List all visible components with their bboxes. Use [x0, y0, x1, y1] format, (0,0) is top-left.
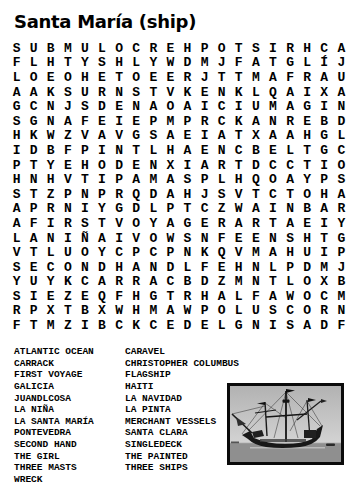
grid-cell[interactable]: P	[93, 187, 110, 202]
grid-cell[interactable]: U	[59, 245, 76, 260]
grid-cell[interactable]: J	[196, 70, 213, 85]
grid-cell[interactable]: V	[230, 245, 247, 260]
grid-cell[interactable]: I	[264, 41, 281, 56]
grid-cell[interactable]: I	[111, 231, 128, 246]
grid-cell[interactable]: P	[59, 187, 76, 202]
grid-cell[interactable]: D	[299, 260, 316, 275]
grid-cell[interactable]: K	[25, 129, 42, 144]
grid-cell[interactable]: E	[230, 231, 247, 246]
grid-cell[interactable]: N	[42, 231, 59, 246]
grid-cell[interactable]: A	[230, 216, 247, 231]
grid-cell[interactable]: E	[196, 85, 213, 100]
grid-cell[interactable]: Z	[42, 187, 59, 202]
grid-cell[interactable]: A	[282, 216, 299, 231]
grid-cell[interactable]: S	[76, 216, 93, 231]
grid-cell[interactable]: L	[299, 56, 316, 71]
grid-cell[interactable]: L	[230, 289, 247, 304]
grid-cell[interactable]: G	[179, 216, 196, 231]
grid-cell[interactable]: E	[128, 158, 145, 173]
grid-cell[interactable]: I	[196, 99, 213, 114]
grid-cell[interactable]: N	[76, 260, 93, 275]
grid-cell[interactable]: W	[179, 304, 196, 319]
grid-cell[interactable]: G	[128, 129, 145, 144]
grid-cell[interactable]: T	[282, 187, 299, 202]
grid-cell[interactable]: S	[179, 172, 196, 187]
grid-cell[interactable]: P	[162, 202, 179, 217]
grid-cell[interactable]: D	[179, 318, 196, 333]
grid-cell[interactable]: D	[247, 158, 264, 173]
grid-cell[interactable]: A	[93, 129, 110, 144]
grid-cell[interactable]: I	[111, 114, 128, 129]
grid-cell[interactable]: O	[145, 231, 162, 246]
grid-cell[interactable]: I	[93, 143, 110, 158]
grid-cell[interactable]: A	[264, 70, 281, 85]
grid-cell[interactable]: S	[8, 114, 25, 129]
grid-cell[interactable]: E	[196, 143, 213, 158]
grid-cell[interactable]: E	[162, 70, 179, 85]
grid-cell[interactable]: I	[8, 143, 25, 158]
grid-cell[interactable]: C	[111, 318, 128, 333]
grid-cell[interactable]: F	[8, 56, 25, 71]
grid-cell[interactable]: K	[59, 275, 76, 290]
grid-cell[interactable]: Z	[59, 289, 76, 304]
grid-cell[interactable]: H	[230, 260, 247, 275]
grid-cell[interactable]: O	[333, 158, 350, 173]
grid-cell[interactable]: H	[179, 41, 196, 56]
grid-cell[interactable]: W	[111, 304, 128, 319]
grid-cell[interactable]: T	[230, 158, 247, 173]
grid-cell[interactable]: N	[42, 114, 59, 129]
grid-cell[interactable]: E	[162, 41, 179, 56]
grid-cell[interactable]: C	[162, 275, 179, 290]
grid-cell[interactable]: T	[179, 202, 196, 217]
grid-cell[interactable]: R	[213, 216, 230, 231]
grid-cell[interactable]: O	[299, 275, 316, 290]
grid-cell[interactable]: R	[213, 158, 230, 173]
grid-cell[interactable]: Z	[59, 129, 76, 144]
grid-cell[interactable]: A	[25, 231, 42, 246]
grid-cell[interactable]: R	[42, 202, 59, 217]
grid-cell[interactable]: I	[25, 289, 42, 304]
grid-cell[interactable]: F	[213, 231, 230, 246]
grid-cell[interactable]: U	[333, 70, 350, 85]
grid-cell[interactable]: H	[196, 289, 213, 304]
grid-cell[interactable]: L	[25, 56, 42, 71]
grid-cell[interactable]: O	[25, 70, 42, 85]
grid-cell[interactable]: B	[333, 275, 350, 290]
grid-cell[interactable]: Ñ	[76, 231, 93, 246]
grid-cell[interactable]: G	[316, 129, 333, 144]
grid-cell[interactable]: T	[111, 70, 128, 85]
grid-cell[interactable]: H	[299, 231, 316, 246]
grid-cell[interactable]: R	[93, 85, 110, 100]
grid-cell[interactable]: H	[179, 187, 196, 202]
grid-cell[interactable]: A	[213, 289, 230, 304]
grid-cell[interactable]: Q	[247, 172, 264, 187]
grid-cell[interactable]: L	[128, 56, 145, 71]
grid-cell[interactable]: I	[264, 318, 281, 333]
grid-cell[interactable]: C	[316, 41, 333, 56]
grid-cell[interactable]: H	[316, 187, 333, 202]
grid-cell[interactable]: O	[299, 187, 316, 202]
grid-cell[interactable]: Z	[59, 318, 76, 333]
grid-cell[interactable]: O	[93, 158, 110, 173]
grid-cell[interactable]: H	[299, 41, 316, 56]
grid-cell[interactable]: N	[264, 114, 281, 129]
grid-cell[interactable]: V	[111, 216, 128, 231]
grid-cell[interactable]: A	[162, 172, 179, 187]
grid-cell[interactable]: V	[76, 129, 93, 144]
grid-cell[interactable]: J	[333, 56, 350, 71]
grid-cell[interactable]: M	[247, 245, 264, 260]
grid-cell[interactable]: M	[264, 99, 281, 114]
grid-cell[interactable]: U	[247, 304, 264, 319]
grid-cell[interactable]: A	[8, 216, 25, 231]
grid-cell[interactable]: N	[111, 85, 128, 100]
grid-cell[interactable]: I	[299, 85, 316, 100]
grid-cell[interactable]: T	[264, 56, 281, 71]
grid-cell[interactable]: A	[282, 85, 299, 100]
grid-cell[interactable]: K	[128, 318, 145, 333]
grid-cell[interactable]: S	[264, 304, 281, 319]
grid-cell[interactable]: C	[213, 99, 230, 114]
grid-cell[interactable]: A	[162, 216, 179, 231]
grid-cell[interactable]: Y	[42, 275, 59, 290]
grid-cell[interactable]: E	[264, 143, 281, 158]
grid-cell[interactable]: O	[299, 304, 316, 319]
grid-cell[interactable]: G	[145, 289, 162, 304]
grid-cell[interactable]: M	[59, 41, 76, 56]
grid-cell[interactable]: A	[179, 143, 196, 158]
grid-cell[interactable]: R	[282, 114, 299, 129]
grid-cell[interactable]: L	[213, 172, 230, 187]
grid-cell[interactable]: F	[76, 114, 93, 129]
grid-cell[interactable]: C	[282, 304, 299, 319]
grid-cell[interactable]: E	[42, 70, 59, 85]
grid-cell[interactable]: L	[247, 85, 264, 100]
grid-cell[interactable]: I	[316, 216, 333, 231]
grid-cell[interactable]: H	[8, 172, 25, 187]
grid-cell[interactable]: R	[333, 202, 350, 217]
grid-cell[interactable]: P	[282, 260, 299, 275]
grid-cell[interactable]: R	[145, 41, 162, 56]
grid-cell[interactable]: T	[162, 289, 179, 304]
grid-cell[interactable]: X	[42, 304, 59, 319]
grid-cell[interactable]: P	[111, 172, 128, 187]
grid-cell[interactable]: A	[247, 202, 264, 217]
grid-cell[interactable]: L	[93, 41, 110, 56]
grid-cell[interactable]: T	[128, 143, 145, 158]
grid-cell[interactable]: S	[8, 260, 25, 275]
grid-cell[interactable]: A	[162, 187, 179, 202]
grid-cell[interactable]: C	[25, 99, 42, 114]
grid-cell[interactable]: T	[59, 56, 76, 71]
grid-cell[interactable]: F	[8, 318, 25, 333]
grid-cell[interactable]: N	[196, 231, 213, 246]
grid-cell[interactable]: D	[25, 143, 42, 158]
grid-cell[interactable]: F	[25, 216, 42, 231]
grid-cell[interactable]: J	[213, 56, 230, 71]
grid-cell[interactable]: M	[162, 114, 179, 129]
grid-cell[interactable]: D	[93, 260, 110, 275]
grid-cell[interactable]: K	[196, 245, 213, 260]
grid-cell[interactable]: I	[42, 216, 59, 231]
grid-cell[interactable]: R	[247, 216, 264, 231]
grid-cell[interactable]: I	[230, 99, 247, 114]
grid-cell[interactable]: N	[42, 99, 59, 114]
grid-cell[interactable]: H	[128, 304, 145, 319]
grid-cell[interactable]: B	[299, 202, 316, 217]
grid-cell[interactable]: S	[76, 99, 93, 114]
grid-cell[interactable]: E	[42, 289, 59, 304]
grid-cell[interactable]: L	[179, 260, 196, 275]
grid-cell[interactable]: O	[59, 70, 76, 85]
grid-cell[interactable]: E	[213, 260, 230, 275]
grid-cell[interactable]: X	[93, 304, 110, 319]
grid-cell[interactable]: T	[59, 304, 76, 319]
grid-cell[interactable]: Í	[316, 56, 333, 71]
grid-cell[interactable]: E	[145, 70, 162, 85]
grid-cell[interactable]: C	[196, 202, 213, 217]
grid-cell[interactable]: X	[316, 85, 333, 100]
grid-cell[interactable]: T	[25, 245, 42, 260]
grid-cell[interactable]: U	[247, 99, 264, 114]
grid-cell[interactable]: P	[162, 245, 179, 260]
grid-cell[interactable]: N	[213, 85, 230, 100]
grid-cell[interactable]: A	[179, 99, 196, 114]
grid-cell[interactable]: I	[179, 158, 196, 173]
grid-cell[interactable]: V	[59, 172, 76, 187]
grid-cell[interactable]: H	[111, 56, 128, 71]
grid-cell[interactable]: P	[145, 114, 162, 129]
grid-cell[interactable]: W	[282, 289, 299, 304]
grid-cell[interactable]: D	[145, 187, 162, 202]
grid-cell[interactable]: I	[316, 245, 333, 260]
grid-cell[interactable]: Z	[213, 275, 230, 290]
grid-cell[interactable]: E	[59, 158, 76, 173]
grid-cell[interactable]: B	[93, 318, 110, 333]
grid-cell[interactable]: U	[299, 245, 316, 260]
grid-cell[interactable]: G	[8, 99, 25, 114]
grid-cell[interactable]: A	[128, 260, 145, 275]
grid-cell[interactable]: A	[162, 129, 179, 144]
grid-cell[interactable]: K	[230, 85, 247, 100]
grid-cell[interactable]: T	[25, 318, 42, 333]
grid-cell[interactable]: C	[145, 245, 162, 260]
grid-cell[interactable]: B	[76, 304, 93, 319]
grid-cell[interactable]: M	[230, 275, 247, 290]
grid-cell[interactable]: S	[247, 41, 264, 56]
grid-cell[interactable]: O	[128, 216, 145, 231]
grid-cell[interactable]: N	[247, 260, 264, 275]
grid-cell[interactable]: M	[145, 304, 162, 319]
grid-cell[interactable]: S	[145, 129, 162, 144]
grid-cell[interactable]: M	[145, 172, 162, 187]
grid-cell[interactable]: Y	[42, 158, 59, 173]
grid-cell[interactable]: R	[282, 41, 299, 56]
grid-cell[interactable]: I	[59, 231, 76, 246]
grid-cell[interactable]: R	[111, 275, 128, 290]
grid-cell[interactable]: X	[247, 129, 264, 144]
grid-cell[interactable]: M	[247, 70, 264, 85]
grid-cell[interactable]: E	[196, 318, 213, 333]
grid-cell[interactable]: S	[282, 231, 299, 246]
grid-cell[interactable]: N	[76, 187, 93, 202]
grid-cell[interactable]: I	[76, 318, 93, 333]
grid-cell[interactable]: A	[247, 114, 264, 129]
grid-cell[interactable]: K	[230, 114, 247, 129]
grid-cell[interactable]: S	[59, 85, 76, 100]
grid-cell[interactable]: H	[230, 172, 247, 187]
grid-cell[interactable]: A	[59, 114, 76, 129]
grid-cell[interactable]: R	[111, 187, 128, 202]
grid-cell[interactable]: T	[230, 41, 247, 56]
grid-cell[interactable]: D	[111, 158, 128, 173]
grid-cell[interactable]: W	[230, 202, 247, 217]
grid-cell[interactable]: L	[145, 202, 162, 217]
grid-cell[interactable]: P	[316, 172, 333, 187]
grid-cell[interactable]: O	[128, 70, 145, 85]
grid-cell[interactable]: P	[333, 245, 350, 260]
grid-cell[interactable]: R	[59, 216, 76, 231]
grid-cell[interactable]: H	[42, 172, 59, 187]
grid-cell[interactable]: T	[213, 70, 230, 85]
grid-cell[interactable]: G	[282, 56, 299, 71]
grid-cell[interactable]: N	[213, 143, 230, 158]
grid-cell[interactable]: D	[333, 114, 350, 129]
grid-cell[interactable]: L	[8, 70, 25, 85]
grid-cell[interactable]: Y	[145, 216, 162, 231]
grid-cell[interactable]: B	[247, 143, 264, 158]
grid-cell[interactable]: Q	[93, 289, 110, 304]
grid-cell[interactable]: T	[316, 231, 333, 246]
grid-cell[interactable]: B	[42, 143, 59, 158]
grid-cell[interactable]: H	[76, 70, 93, 85]
grid-cell[interactable]: P	[196, 304, 213, 319]
grid-cell[interactable]: Q	[213, 245, 230, 260]
grid-cell[interactable]: C	[111, 245, 128, 260]
grid-cell[interactable]: S	[282, 318, 299, 333]
grid-cell[interactable]: E	[93, 114, 110, 129]
grid-cell[interactable]: W	[42, 129, 59, 144]
grid-cell[interactable]: A	[264, 289, 281, 304]
grid-cell[interactable]: C	[145, 318, 162, 333]
grid-cell[interactable]: N	[333, 304, 350, 319]
grid-cell[interactable]: C	[42, 260, 59, 275]
grid-cell[interactable]: A	[316, 202, 333, 217]
grid-cell[interactable]: H	[42, 56, 59, 71]
grid-cell[interactable]: P	[8, 158, 25, 173]
grid-cell[interactable]: E	[93, 70, 110, 85]
grid-cell[interactable]: Y	[76, 56, 93, 71]
grid-cell[interactable]: R	[196, 114, 213, 129]
grid-cell[interactable]: A	[8, 202, 25, 217]
grid-cell[interactable]: S	[128, 85, 145, 100]
grid-cell[interactable]: A	[264, 245, 281, 260]
grid-cell[interactable]: L	[264, 260, 281, 275]
grid-cell[interactable]: L	[8, 231, 25, 246]
grid-cell[interactable]: P	[25, 202, 42, 217]
grid-cell[interactable]: X	[316, 275, 333, 290]
grid-cell[interactable]: C	[333, 143, 350, 158]
grid-cell[interactable]: L	[230, 304, 247, 319]
grid-cell[interactable]: B	[179, 275, 196, 290]
grid-cell[interactable]: E	[299, 114, 316, 129]
grid-cell[interactable]: I	[93, 172, 110, 187]
grid-cell[interactable]: L	[42, 245, 59, 260]
grid-cell[interactable]: M	[196, 56, 213, 71]
grid-cell[interactable]: T	[299, 143, 316, 158]
grid-cell[interactable]: O	[213, 304, 230, 319]
grid-cell[interactable]: N	[128, 99, 145, 114]
grid-cell[interactable]: V	[111, 129, 128, 144]
grid-cell[interactable]: A	[282, 129, 299, 144]
grid-cell[interactable]: G	[316, 143, 333, 158]
grid-cell[interactable]: C	[264, 158, 281, 173]
grid-cell[interactable]: S	[93, 56, 110, 71]
grid-cell[interactable]: E	[111, 99, 128, 114]
grid-cell[interactable]: A	[316, 70, 333, 85]
grid-cell[interactable]: P	[25, 304, 42, 319]
grid-cell[interactable]: L	[145, 143, 162, 158]
grid-cell[interactable]: K	[179, 85, 196, 100]
grid-cell[interactable]: J	[59, 99, 76, 114]
grid-cell[interactable]: T	[247, 187, 264, 202]
grid-cell[interactable]: O	[59, 260, 76, 275]
grid-cell[interactable]: T	[230, 129, 247, 144]
grid-cell[interactable]: T	[264, 275, 281, 290]
grid-cell[interactable]: H	[8, 129, 25, 144]
grid-cell[interactable]: I	[76, 202, 93, 217]
grid-cell[interactable]: R	[179, 70, 196, 85]
grid-cell[interactable]: J	[333, 260, 350, 275]
grid-cell[interactable]: S	[213, 187, 230, 202]
grid-cell[interactable]: V	[128, 231, 145, 246]
grid-cell[interactable]: A	[333, 187, 350, 202]
grid-cell[interactable]: Y	[333, 216, 350, 231]
grid-cell[interactable]: N	[59, 202, 76, 217]
grid-cell[interactable]: G	[111, 202, 128, 217]
grid-cell[interactable]: F	[59, 143, 76, 158]
grid-cell[interactable]: R	[316, 304, 333, 319]
grid-cell[interactable]: E	[179, 129, 196, 144]
grid-cell[interactable]: S	[8, 289, 25, 304]
grid-cell[interactable]: H	[282, 245, 299, 260]
grid-cell[interactable]: N	[145, 260, 162, 275]
grid-cell[interactable]: V	[8, 245, 25, 260]
grid-cell[interactable]: A	[247, 56, 264, 71]
grid-cell[interactable]: A	[264, 129, 281, 144]
grid-cell[interactable]: A	[93, 231, 110, 246]
grid-cell[interactable]: O	[111, 41, 128, 56]
grid-cell[interactable]: N	[111, 143, 128, 158]
grid-cell[interactable]: U	[25, 41, 42, 56]
grid-cell[interactable]: O	[162, 99, 179, 114]
grid-cell[interactable]: S	[333, 172, 350, 187]
grid-cell[interactable]: C	[282, 158, 299, 173]
grid-cell[interactable]: E	[25, 260, 42, 275]
grid-cell[interactable]: P	[179, 114, 196, 129]
grid-cell[interactable]: E	[196, 216, 213, 231]
grid-cell[interactable]: Y	[93, 245, 110, 260]
grid-cell[interactable]: B	[42, 41, 59, 56]
grid-cell[interactable]: F	[282, 70, 299, 85]
grid-cell[interactable]: R	[128, 275, 145, 290]
grid-cell[interactable]: C	[316, 289, 333, 304]
grid-cell[interactable]: R	[179, 289, 196, 304]
grid-cell[interactable]: R	[8, 304, 25, 319]
grid-cell[interactable]: L	[333, 129, 350, 144]
